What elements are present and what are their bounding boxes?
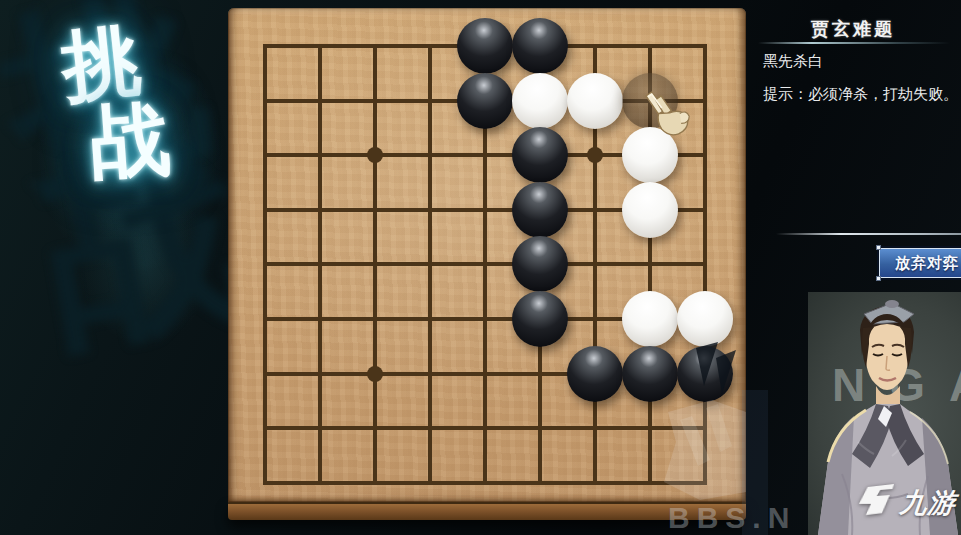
jiuyou-brand-text: 九游 <box>898 485 958 521</box>
white-stone <box>622 182 678 238</box>
white-stone <box>512 73 568 129</box>
white-stone <box>567 73 623 129</box>
button-divider <box>776 233 961 235</box>
black-stone <box>512 236 568 292</box>
star-point <box>367 147 383 163</box>
grid-line <box>263 262 707 266</box>
white-stone <box>677 291 733 347</box>
challenge-char-2: 战 <box>86 85 173 198</box>
grid-line <box>263 426 707 430</box>
black-stone <box>512 291 568 347</box>
puzzle-task-text: 黑先杀白 <box>763 52 823 71</box>
star-point <box>587 147 603 163</box>
puzzle-title: 贾玄难题 <box>750 17 956 41</box>
jiuyou-brand-logo: 九游 <box>856 483 958 523</box>
black-stone <box>457 73 513 129</box>
giveup-button-label: 放弃对弈 <box>895 254 959 271</box>
black-stone <box>512 127 568 183</box>
nga-claw-watermark <box>658 342 750 502</box>
button-corner-accent <box>876 276 881 281</box>
black-stone <box>567 346 623 402</box>
hand-cursor-icon <box>642 90 696 142</box>
jiuyou-glyph-icon <box>856 483 896 523</box>
game-screen: 挑 战 挑 战 BBS.N 贾玄难题 黑先杀白 提示：必须净杀，打劫失败。 <box>0 0 961 535</box>
board-grid[interactable] <box>263 44 707 485</box>
title-divider <box>758 42 950 44</box>
challenge-calligraphy: 挑 战 挑 战 <box>0 0 240 470</box>
grid-line <box>263 481 707 485</box>
black-stone <box>512 18 568 74</box>
black-stone <box>512 182 568 238</box>
white-stone <box>622 291 678 347</box>
black-stone <box>457 18 513 74</box>
puzzle-hint-text: 提示：必须净杀，打劫失败。 <box>763 85 958 104</box>
giveup-game-button[interactable]: 放弃对弈 <box>879 248 961 278</box>
star-point <box>367 366 383 382</box>
bbs-watermark-text: BBS.N <box>668 501 796 535</box>
button-corner-accent <box>876 245 881 250</box>
